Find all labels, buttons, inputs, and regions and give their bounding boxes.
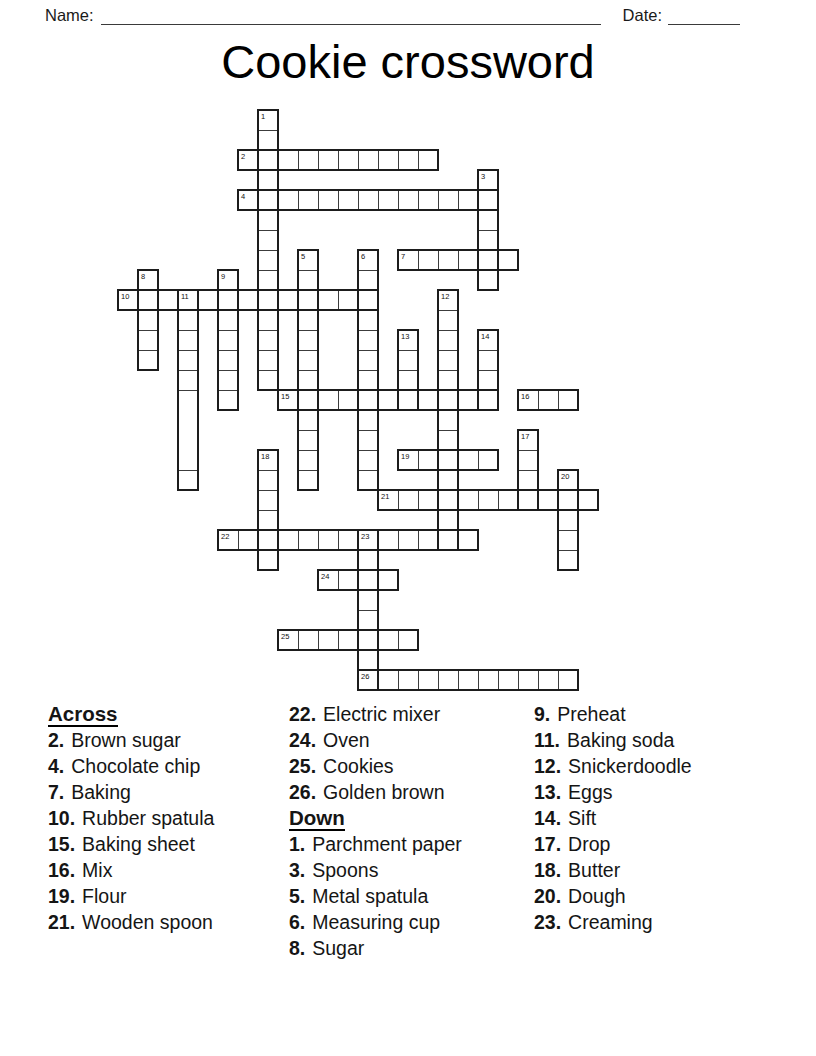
grid-cell-r9c12[interactable] [358, 290, 379, 311]
grid-cell-r28c21[interactable] [538, 670, 559, 691]
grid-cell-r7c15[interactable] [418, 250, 439, 271]
grid-cell-r12c16[interactable] [438, 350, 459, 371]
cell-number: 3 [481, 172, 485, 181]
grid-cell-r21c13[interactable] [378, 530, 399, 551]
grid-cell-r23c12[interactable] [358, 570, 379, 591]
grid-cell-r21c8[interactable] [278, 530, 299, 551]
grid-cell-r14c22[interactable] [558, 390, 579, 411]
grid-cell-r10c3[interactable] [178, 310, 199, 331]
grid-cell-r10c12[interactable] [358, 310, 379, 331]
grid-cell-r14c17[interactable] [458, 390, 479, 411]
grid-cell-r4c17[interactable] [458, 190, 479, 211]
grid-cell-r9c10[interactable] [318, 290, 339, 311]
clue-column-1: Across2.Brown sugar4.Chocolate chip7.Bak… [48, 701, 214, 935]
crossword-grid: 1234567891011121314151617181920212223242… [118, 110, 598, 690]
grid-cell-r13c12[interactable] [358, 370, 379, 391]
clue-text: Mix [82, 859, 112, 881]
grid-cell-r17c14[interactable]: 19 [398, 450, 419, 471]
cell-number: 4 [241, 192, 245, 201]
grid-cell-r4c6[interactable]: 4 [238, 190, 259, 211]
cell-number: 13 [401, 332, 409, 341]
cell-number: 10 [121, 292, 129, 301]
grid-cell-r10c7[interactable] [258, 310, 279, 331]
grid-cell-r17c7[interactable]: 18 [258, 450, 279, 471]
clue-across-26: 26.Golden brown [289, 779, 462, 805]
grid-cell-r19c7[interactable] [258, 490, 279, 511]
grid-cell-r16c9[interactable] [298, 430, 319, 451]
clue-across-7: 7.Baking [48, 779, 214, 805]
grid-cell-r21c11[interactable] [338, 530, 359, 551]
grid-cell-r17c15[interactable] [418, 450, 439, 471]
grid-cell-r14c11[interactable] [338, 390, 359, 411]
clue-number: 25. [289, 755, 316, 777]
grid-cell-r4c7[interactable] [258, 190, 279, 211]
grid-cell-r12c3[interactable] [178, 350, 199, 371]
grid-cell-r7c12[interactable]: 6 [358, 250, 379, 271]
clue-number: 8. [289, 937, 305, 959]
clue-text: Golden brown [323, 781, 444, 803]
grid-cell-r14c12[interactable] [358, 390, 379, 411]
grid-cell-r4c8[interactable] [278, 190, 299, 211]
grid-cell-r2c14[interactable] [398, 150, 419, 171]
clue-down-13: 13.Eggs [534, 779, 692, 805]
grid-cell-r23c10[interactable]: 24 [318, 570, 339, 591]
grid-cell-r12c9[interactable] [298, 350, 319, 371]
grid-cell-r22c22[interactable] [558, 550, 579, 571]
grid-cell-r7c18[interactable] [478, 250, 499, 271]
clue-down-17: 17.Drop [534, 831, 692, 857]
clue-text: Wooden spoon [82, 911, 213, 933]
grid-cell-r21c22[interactable] [558, 530, 579, 551]
clue-number: 1. [289, 833, 305, 855]
grid-cell-r19c15[interactable] [418, 490, 439, 511]
cell-number: 14 [481, 332, 489, 341]
grid-cell-r12c14[interactable] [398, 350, 419, 371]
name-field-line[interactable] [101, 7, 601, 25]
clue-text: Snickerdoodle [568, 755, 692, 777]
grid-cell-r18c9[interactable] [298, 470, 319, 491]
name-label: Name: [45, 5, 94, 25]
grid-cell-r26c9[interactable] [298, 630, 319, 651]
grid-cell-r9c7[interactable] [258, 290, 279, 311]
grid-cell-r2c11[interactable] [338, 150, 359, 171]
grid-cell-r8c9[interactable] [298, 270, 319, 291]
clue-across-19: 19.Flour [48, 883, 214, 909]
grid-cell-r9c0[interactable]: 10 [118, 290, 139, 311]
grid-cell-r19c13[interactable]: 21 [378, 490, 399, 511]
cell-number: 16 [521, 392, 529, 401]
grid-cell-r28c12[interactable]: 26 [358, 670, 379, 691]
grid-cell-r28c18[interactable] [478, 670, 499, 691]
grid-cell-r21c5[interactable]: 22 [218, 530, 239, 551]
clue-number: 21. [48, 911, 75, 933]
grid-cell-r28c22[interactable] [558, 670, 579, 691]
grid-cell-r26c14[interactable] [398, 630, 419, 651]
clue-text: Parchment paper [312, 833, 462, 855]
grid-cell-r14c20[interactable]: 16 [518, 390, 539, 411]
grid-cell-r5c18[interactable] [478, 210, 499, 231]
cell-number: 5 [301, 252, 305, 261]
clue-down-3: 3.Spoons [289, 857, 462, 883]
clue-across-24: 24.Oven [289, 727, 462, 753]
cell-number: 17 [521, 432, 529, 441]
cell-number: 8 [141, 272, 145, 281]
cell-number: 9 [221, 272, 225, 281]
grid-cell-r13c18[interactable] [478, 370, 499, 391]
clue-number: 26. [289, 781, 316, 803]
grid-cell-r13c16[interactable] [438, 370, 459, 391]
clue-number: 13. [534, 781, 561, 803]
grid-cell-r11c18[interactable]: 14 [478, 330, 499, 351]
grid-cell-r10c9[interactable] [298, 310, 319, 331]
grid-cell-r26c8[interactable]: 25 [278, 630, 299, 651]
grid-cell-r22c7[interactable] [258, 550, 279, 571]
cell-number: 23 [361, 532, 369, 541]
clue-number: 16. [48, 859, 75, 881]
grid-cell-r21c14[interactable] [398, 530, 419, 551]
grid-cell-r2c6[interactable]: 2 [238, 150, 259, 171]
clue-across-21: 21.Wooden spoon [48, 909, 214, 935]
grid-cell-r17c18[interactable] [478, 450, 499, 471]
grid-cell-r14c16[interactable] [438, 390, 459, 411]
grid-cell-r21c7[interactable] [258, 530, 279, 551]
clue-down-5: 5.Metal spatula [289, 883, 462, 909]
clue-number: 9. [534, 703, 550, 725]
grid-cell-r4c15[interactable] [418, 190, 439, 211]
grid-cell-r28c20[interactable] [518, 670, 539, 691]
clue-down-14: 14.Sift [534, 805, 692, 831]
clue-number: 18. [534, 859, 561, 881]
grid-cell-r9c5[interactable] [218, 290, 239, 311]
grid-cell-r17c16[interactable] [438, 450, 459, 471]
grid-cell-r2c15[interactable] [418, 150, 439, 171]
grid-cell-r11c9[interactable] [298, 330, 319, 351]
grid-cell-r8c5[interactable]: 9 [218, 270, 239, 291]
clue-column-3: 9.Preheat11.Baking soda12.Snickerdoodle1… [534, 701, 692, 935]
clue-text: Metal spatula [312, 885, 428, 907]
cell-number: 26 [361, 672, 369, 681]
grid-cell-r14c14[interactable] [398, 390, 419, 411]
header: Name: Date: [45, 3, 740, 25]
clue-number: 11. [534, 729, 560, 751]
grid-cell-r28c19[interactable] [498, 670, 519, 691]
page-title: Cookie crossword [0, 33, 816, 91]
grid-cell-r0c7[interactable]: 1 [258, 110, 279, 131]
clue-text: Spoons [312, 859, 378, 881]
clue-down-6: 6.Measuring cup [289, 909, 462, 935]
grid-cell-r21c16[interactable] [438, 530, 459, 551]
cell-number: 15 [281, 392, 289, 401]
clue-number: 3. [289, 859, 305, 881]
grid-cell-r16c12[interactable] [358, 430, 379, 451]
cell-number: 21 [381, 492, 389, 501]
grid-cell-r4c12[interactable] [358, 190, 379, 211]
grid-cell-r14c13[interactable] [378, 390, 399, 411]
grid-cell-r16c16[interactable] [438, 430, 459, 451]
grid-cell-r12c5[interactable] [218, 350, 239, 371]
grid-cell-r10c1[interactable] [138, 310, 159, 331]
cell-number: 1 [261, 112, 265, 121]
grid-cell-r21c9[interactable] [298, 530, 319, 551]
cell-number: 6 [361, 252, 365, 261]
clue-number: 14. [534, 807, 561, 829]
grid-cell-r12c12[interactable] [358, 350, 379, 371]
grid-cell-r25c12[interactable] [358, 610, 379, 631]
cell-number: 22 [221, 532, 229, 541]
grid-cell-r11c16[interactable] [438, 330, 459, 351]
grid-cell-r21c12[interactable]: 23 [358, 530, 379, 551]
grid-cell-r4c18[interactable] [478, 190, 499, 211]
grid-cell-r12c1[interactable] [138, 350, 159, 371]
grid-cell-r19c17[interactable] [458, 490, 479, 511]
grid-cell-r7c14[interactable]: 7 [398, 250, 419, 271]
grid-cell-r4c10[interactable] [318, 190, 339, 211]
grid-cell-r2c9[interactable] [298, 150, 319, 171]
clue-across-15: 15.Baking sheet [48, 831, 214, 857]
grid-cell-r26c10[interactable] [318, 630, 339, 651]
cell-number: 19 [401, 452, 409, 461]
clue-text: Electric mixer [323, 703, 440, 725]
grid-cell-r18c3[interactable] [178, 470, 199, 491]
clue-down-8: 8.Sugar [289, 935, 462, 961]
clue-across-25: 25.Cookies [289, 753, 462, 779]
clue-number: 6. [289, 911, 305, 933]
clue-text: Rubber spatula [82, 807, 214, 829]
cell-number: 18 [261, 452, 269, 461]
clue-across-4: 4.Chocolate chip [48, 753, 214, 779]
grid-cell-r13c3[interactable] [178, 370, 199, 391]
grid-cell-r8c18[interactable] [478, 270, 499, 291]
grid-cell-r17c9[interactable] [298, 450, 319, 471]
clue-text: Measuring cup [312, 911, 440, 933]
grid-cell-r7c9[interactable]: 5 [298, 250, 319, 271]
grid-cell-r9c1[interactable] [138, 290, 159, 311]
grid-cell-r2c12[interactable] [358, 150, 379, 171]
date-field-line[interactable] [668, 7, 740, 25]
grid-cell-r2c8[interactable] [278, 150, 299, 171]
clue-down-18: 18.Butter [534, 857, 692, 883]
cell-number: 7 [401, 252, 405, 261]
grid-cell-r3c7[interactable] [258, 170, 279, 191]
clue-text: Sugar [312, 937, 364, 959]
grid-cell-r9c16[interactable]: 12 [438, 290, 459, 311]
clue-number: 22. [289, 703, 316, 725]
clue-number: 19. [48, 885, 75, 907]
grid-cell-r13c7[interactable] [258, 370, 279, 391]
grid-cell-r22c12[interactable] [358, 550, 379, 571]
clue-down-11: 11.Baking soda [534, 727, 692, 753]
grid-cell-r28c13[interactable] [378, 670, 399, 691]
clue-number: 10. [48, 807, 75, 829]
clue-text: Baking sheet [82, 833, 195, 855]
clue-number: 17. [534, 833, 561, 855]
clue-number: 20. [534, 885, 561, 907]
grid-cell-r11c7[interactable] [258, 330, 279, 351]
clue-text: Drop [568, 833, 610, 855]
grid-cell-r9c11[interactable] [338, 290, 359, 311]
grid-cell-r12c7[interactable] [258, 350, 279, 371]
clue-text: Chocolate chip [71, 755, 200, 777]
cell-number: 20 [561, 472, 569, 481]
grid-cell-r28c15[interactable] [418, 670, 439, 691]
clue-number: 7. [48, 781, 64, 803]
grid-cell-r11c12[interactable] [358, 330, 379, 351]
grid-cell-r26c11[interactable] [338, 630, 359, 651]
grid-cell-r24c12[interactable] [358, 590, 379, 611]
grid-cell-r15c12[interactable] [358, 410, 379, 431]
grid-cell-r10c16[interactable] [438, 310, 459, 331]
grid-cell-r19c14[interactable] [398, 490, 419, 511]
grid-cell-r19c23[interactable] [578, 490, 599, 511]
clue-across-2: 2.Brown sugar [48, 727, 214, 753]
grid-cell-r9c9[interactable] [298, 290, 319, 311]
clue-text: Cookies [323, 755, 393, 777]
clue-number: 24. [289, 729, 316, 751]
grid-cell-r7c16[interactable] [438, 250, 459, 271]
clue-down-1: 1.Parchment paper [289, 831, 462, 857]
grid-cell-r8c1[interactable]: 8 [138, 270, 159, 291]
clue-number: 4. [48, 755, 64, 777]
grid-cell-r9c2[interactable] [158, 290, 179, 311]
cell-number: 24 [321, 572, 329, 581]
grid-cell-r14c18[interactable] [478, 390, 499, 411]
grid-cell-r4c16[interactable] [438, 190, 459, 211]
worksheet-page: Name: Date: Cookie crossword 12345678910… [0, 0, 816, 1056]
grid-cell-r14c9[interactable] [298, 390, 319, 411]
clue-text: Oven [323, 729, 370, 751]
grid-cell-r16c20[interactable]: 17 [518, 430, 539, 451]
grid-cell-r9c4[interactable] [198, 290, 219, 311]
grid-cell-r4c11[interactable] [338, 190, 359, 211]
clue-down-23: 23.Creaming [534, 909, 692, 935]
cell-number: 11 [181, 292, 189, 301]
clue-down-20: 20.Dough [534, 883, 692, 909]
cell-number: 12 [441, 292, 449, 301]
clue-heading-text: Down [289, 806, 345, 831]
grid-cell-r18c22[interactable]: 20 [558, 470, 579, 491]
grid-cell-r19c21[interactable] [538, 490, 559, 511]
grid-cell-r7c7[interactable] [258, 250, 279, 271]
grid-cell-r12c18[interactable] [478, 350, 499, 371]
grid-cell-r19c19[interactable] [498, 490, 519, 511]
grid-cell-r21c15[interactable] [418, 530, 439, 551]
grid-cell-r23c13[interactable] [378, 570, 399, 591]
clue-across-10: 10.Rubber spatula [48, 805, 214, 831]
grid-cell-r26c12[interactable] [358, 630, 379, 651]
grid-cell-r14c10[interactable] [318, 390, 339, 411]
grid-cell-r17c12[interactable] [358, 450, 379, 471]
grid-cell-r4c14[interactable] [398, 190, 419, 211]
clue-number: 12. [534, 755, 561, 777]
grid-cell-r13c14[interactable] [398, 370, 419, 391]
grid-cell-r19c20[interactable] [518, 490, 539, 511]
grid-cell-r27c12[interactable] [358, 650, 379, 671]
grid-cell-r2c7[interactable] [258, 150, 279, 171]
grid-cell-r20c22[interactable] [558, 510, 579, 531]
grid-cell-r3c18[interactable]: 3 [478, 170, 499, 191]
clue-heading-across: Across [48, 701, 214, 727]
grid-cell-r19c16[interactable] [438, 490, 459, 511]
grid-cell-r9c3[interactable]: 11 [178, 290, 199, 311]
grid-cell-r8c7[interactable] [258, 270, 279, 291]
grid-cell-r17c20[interactable] [518, 450, 539, 471]
clue-across-22: 22.Electric mixer [289, 701, 462, 727]
grid-cell-r23c11[interactable] [338, 570, 359, 591]
grid-cell-r10c5[interactable] [218, 310, 239, 331]
clue-heading-down: Down [289, 805, 462, 831]
grid-cell-r18c16[interactable] [438, 470, 459, 491]
grid-cell-r14c8[interactable]: 15 [278, 390, 299, 411]
grid-cell-r18c12[interactable] [358, 470, 379, 491]
grid-cell-r21c6[interactable] [238, 530, 259, 551]
grid-cell-r14c5[interactable] [218, 390, 239, 411]
grid-cell-r18c20[interactable] [518, 470, 539, 491]
grid-cell-r20c16[interactable] [438, 510, 459, 531]
clue-down-12: 12.Snickerdoodle [534, 753, 692, 779]
grid-cell-r21c10[interactable] [318, 530, 339, 551]
grid-cell-r15c16[interactable] [438, 410, 459, 431]
grid-cell-r21c17[interactable] [458, 530, 479, 551]
grid-cell-r6c7[interactable] [258, 230, 279, 251]
clue-text: Baking soda [567, 729, 674, 751]
grid-cell-r9c6[interactable] [238, 290, 259, 311]
cell-number: 25 [281, 632, 289, 641]
clue-down-9: 9.Preheat [534, 701, 692, 727]
grid-cell-r7c17[interactable] [458, 250, 479, 271]
clue-text: Eggs [568, 781, 612, 803]
grid-cell-r9c8[interactable] [278, 290, 299, 311]
grid-cell-r28c14[interactable] [398, 670, 419, 691]
grid-cell-r17c17[interactable] [458, 450, 479, 471]
clue-text: Sift [568, 807, 596, 829]
grid-cell-r19c18[interactable] [478, 490, 499, 511]
grid-cell-r15c9[interactable] [298, 410, 319, 431]
grid-cell-r7c19[interactable] [498, 250, 519, 271]
grid-cell-r4c13[interactable] [378, 190, 399, 211]
clue-text: Butter [568, 859, 620, 881]
grid-cell-r11c5[interactable] [218, 330, 239, 351]
grid-cell-r4c9[interactable] [298, 190, 319, 211]
grid-cell-r28c17[interactable] [458, 670, 479, 691]
grid-cell-r20c7[interactable] [258, 510, 279, 531]
clue-text: Baking [71, 781, 131, 803]
grid-cell-r26c13[interactable] [378, 630, 399, 651]
clue-across-16: 16.Mix [48, 857, 214, 883]
grid-cell-r1c7[interactable] [258, 130, 279, 151]
clue-number: 5. [289, 885, 305, 907]
grid-cell-r14c15[interactable] [418, 390, 439, 411]
grid-cell-r11c3[interactable] [178, 330, 199, 351]
grid-cell-r11c14[interactable]: 13 [398, 330, 419, 351]
clue-column-2: 22.Electric mixer24.Oven25.Cookies26.Gol… [289, 701, 462, 961]
grid-cell-r19c22[interactable] [558, 490, 579, 511]
clue-number: 2. [48, 729, 64, 751]
grid-cell-r2c13[interactable] [378, 150, 399, 171]
grid-cell-r8c12[interactable] [358, 270, 379, 291]
grid-cell-r5c7[interactable] [258, 210, 279, 231]
grid-cell-r28c16[interactable] [438, 670, 459, 691]
grid-cell-r18c7[interactable] [258, 470, 279, 491]
clue-number: 23. [534, 911, 561, 933]
grid-cell-r13c5[interactable] [218, 370, 239, 391]
grid-cell-r2c10[interactable] [318, 150, 339, 171]
grid-cell-r14c21[interactable] [538, 390, 559, 411]
grid-cell-r6c18[interactable] [478, 230, 499, 251]
date-label: Date: [623, 5, 662, 25]
grid-cell-r11c1[interactable] [138, 330, 159, 351]
clue-text: Preheat [557, 703, 625, 725]
grid-cell-r13c9[interactable] [298, 370, 319, 391]
